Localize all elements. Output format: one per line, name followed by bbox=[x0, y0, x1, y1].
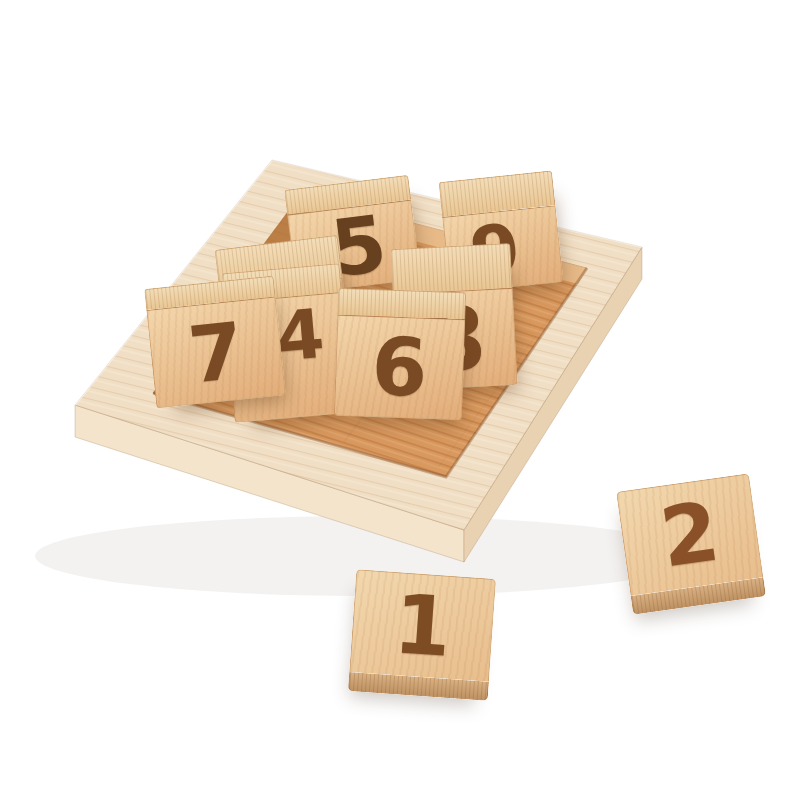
tile-face: 6 bbox=[334, 315, 465, 420]
tile-1[interactable]: 1 bbox=[348, 569, 496, 700]
tile-2[interactable]: 2 bbox=[616, 473, 766, 614]
tile-6-digit: 6 bbox=[370, 327, 428, 409]
tile-7-digit: 7 bbox=[185, 311, 247, 394]
tile-top-edge bbox=[390, 243, 512, 294]
product-photo-scene: 5 9 4 8 7 6 1 bbox=[0, 0, 800, 800]
tile-face: 2 bbox=[616, 473, 763, 596]
tile-1-digit: 1 bbox=[391, 583, 454, 669]
tile-6[interactable]: 6 bbox=[334, 288, 466, 420]
tile-face: 7 bbox=[146, 296, 286, 408]
tile-face: 1 bbox=[349, 569, 496, 682]
tile-2-digit: 2 bbox=[656, 491, 724, 580]
tile-7[interactable]: 7 bbox=[144, 276, 286, 409]
